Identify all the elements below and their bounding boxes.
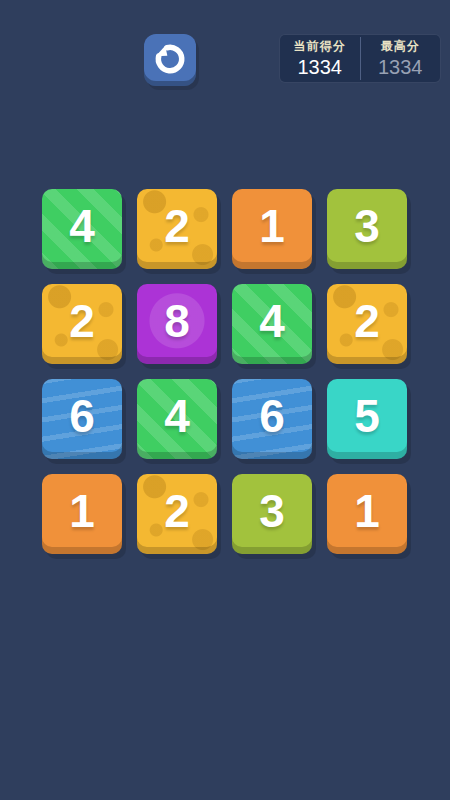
current-score-label: 当前得分 xyxy=(294,38,346,55)
tile-r1c2[interactable]: 2 xyxy=(137,189,217,269)
tile-r2c4[interactable]: 2 xyxy=(327,284,407,364)
restart-button[interactable] xyxy=(144,34,196,86)
puzzle-board: 4 2 1 3 2 8 4 2 6 4 6 5 1 2 3 1 xyxy=(42,189,407,554)
tile-r3c3[interactable]: 6 xyxy=(232,379,312,459)
tile-r3c4[interactable]: 5 xyxy=(327,379,407,459)
tile-r1c3[interactable]: 1 xyxy=(232,189,312,269)
tile-r2c1[interactable]: 2 xyxy=(42,284,122,364)
tile-r2c3[interactable]: 4 xyxy=(232,284,312,364)
tile-r2c2[interactable]: 8 xyxy=(137,284,217,364)
tile-r4c4[interactable]: 1 xyxy=(327,474,407,554)
current-score-value: 1334 xyxy=(298,56,343,79)
score-panel: 当前得分 1334 最高分 1334 xyxy=(280,35,440,82)
tile-r4c1[interactable]: 1 xyxy=(42,474,122,554)
tile-r4c2[interactable]: 2 xyxy=(137,474,217,554)
best-score-value: 1334 xyxy=(378,56,423,79)
tile-r4c3[interactable]: 3 xyxy=(232,474,312,554)
tile-r1c4[interactable]: 3 xyxy=(327,189,407,269)
best-score-cell: 最高分 1334 xyxy=(361,35,441,82)
game-screen: 当前得分 1334 最高分 1334 4 2 1 3 2 8 4 2 6 4 6… xyxy=(0,0,450,800)
best-score-label: 最高分 xyxy=(381,38,420,55)
tile-r1c1[interactable]: 4 xyxy=(42,189,122,269)
restart-icon xyxy=(153,42,187,79)
current-score-cell: 当前得分 1334 xyxy=(280,35,360,82)
tile-r3c1[interactable]: 6 xyxy=(42,379,122,459)
tile-r3c2[interactable]: 4 xyxy=(137,379,217,459)
